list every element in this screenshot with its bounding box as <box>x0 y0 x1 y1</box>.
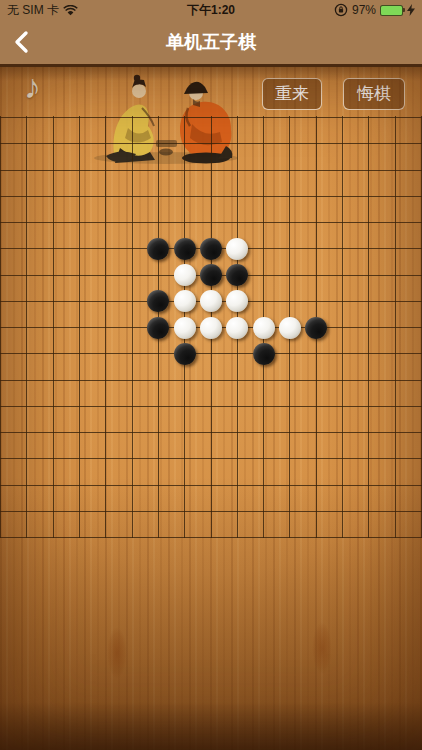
black-stone <box>174 238 196 260</box>
back-button[interactable] <box>8 27 38 57</box>
white-stone <box>200 317 222 339</box>
black-stone <box>174 343 196 365</box>
black-stone <box>200 238 222 260</box>
undo-button[interactable]: 悔棋 <box>343 78 405 110</box>
white-stone <box>226 238 248 260</box>
black-stone <box>147 238 169 260</box>
white-stone <box>279 317 301 339</box>
clock: 下午1:20 <box>0 2 422 19</box>
chevron-left-icon <box>8 27 38 57</box>
black-stone <box>305 317 327 339</box>
wood-knot <box>305 582 339 702</box>
battery-icon <box>380 5 403 16</box>
page-title: 单机五子棋 <box>60 20 362 64</box>
black-stone <box>200 264 222 286</box>
gomoku-board[interactable] <box>0 115 422 539</box>
black-stone <box>147 317 169 339</box>
restart-button[interactable]: 重来 <box>262 78 322 110</box>
white-stone <box>174 317 196 339</box>
white-stone <box>174 264 196 286</box>
white-stone <box>253 317 275 339</box>
white-stone <box>226 317 248 339</box>
black-stone <box>253 343 275 365</box>
app-screen: 无 SIM 卡 下午1:20 97% <box>0 0 422 750</box>
music-toggle-button[interactable]: ♪ <box>24 69 41 103</box>
board-area: ♪ 重来 悔棋 <box>0 64 422 750</box>
wood-knot <box>100 587 134 707</box>
nav-bar: 单机五子棋 <box>0 20 422 64</box>
white-stone <box>174 290 196 312</box>
status-bar: 无 SIM 卡 下午1:20 97% <box>0 0 422 20</box>
